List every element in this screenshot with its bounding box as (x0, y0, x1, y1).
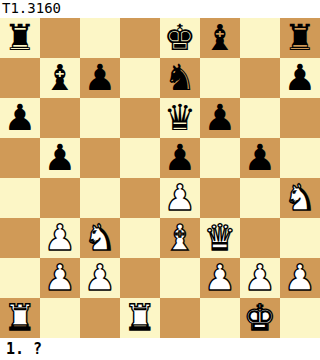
piece-black-rook: ♜ (284, 18, 316, 58)
piece-white-knight: ♞ (84, 218, 116, 258)
square-a4[interactable] (0, 178, 40, 218)
square-g7[interactable] (240, 58, 280, 98)
chess-board: ♜♚♝♜♝♟♞♟♟♛♟♟♟♟♟♞♟♞♝♛♟♟♟♟♟♜♜♚ (0, 18, 320, 338)
piece-white-knight: ♞ (284, 178, 316, 218)
square-h4[interactable]: ♞ (280, 178, 320, 218)
piece-white-pawn: ♟ (284, 258, 316, 298)
square-a1[interactable]: ♜ (0, 298, 40, 338)
piece-black-queen: ♛ (164, 98, 196, 138)
piece-black-pawn: ♟ (204, 98, 236, 138)
square-d8[interactable] (120, 18, 160, 58)
square-g5[interactable]: ♟ (240, 138, 280, 178)
square-a5[interactable] (0, 138, 40, 178)
square-d2[interactable] (120, 258, 160, 298)
square-f3[interactable]: ♛ (200, 218, 240, 258)
square-h5[interactable] (280, 138, 320, 178)
square-e8[interactable]: ♚ (160, 18, 200, 58)
square-d3[interactable] (120, 218, 160, 258)
piece-white-pawn: ♟ (244, 258, 276, 298)
square-f6[interactable]: ♟ (200, 98, 240, 138)
piece-black-bishop: ♝ (44, 58, 76, 98)
square-c4[interactable] (80, 178, 120, 218)
square-a3[interactable] (0, 218, 40, 258)
square-d7[interactable] (120, 58, 160, 98)
square-c7[interactable]: ♟ (80, 58, 120, 98)
move-prompt: 1. ? (0, 338, 320, 360)
square-a2[interactable] (0, 258, 40, 298)
square-g2[interactable]: ♟ (240, 258, 280, 298)
square-a6[interactable]: ♟ (0, 98, 40, 138)
piece-black-pawn: ♟ (284, 58, 316, 98)
piece-black-pawn: ♟ (4, 98, 36, 138)
square-g6[interactable] (240, 98, 280, 138)
piece-white-rook: ♜ (4, 298, 36, 338)
piece-white-pawn: ♟ (164, 178, 196, 218)
square-e1[interactable] (160, 298, 200, 338)
piece-white-queen: ♛ (204, 218, 236, 258)
square-f8[interactable]: ♝ (200, 18, 240, 58)
piece-white-king: ♚ (244, 298, 276, 338)
square-c8[interactable] (80, 18, 120, 58)
square-b1[interactable] (40, 298, 80, 338)
square-g3[interactable] (240, 218, 280, 258)
puzzle-page: T1.3160 ♜♚♝♜♝♟♞♟♟♛♟♟♟♟♟♞♟♞♝♛♟♟♟♟♟♜♜♚ 1. … (0, 0, 320, 360)
square-a7[interactable] (0, 58, 40, 98)
square-d5[interactable] (120, 138, 160, 178)
piece-white-pawn: ♟ (44, 258, 76, 298)
piece-black-pawn: ♟ (244, 138, 276, 178)
piece-white-pawn: ♟ (84, 258, 116, 298)
piece-white-pawn: ♟ (204, 258, 236, 298)
square-b2[interactable]: ♟ (40, 258, 80, 298)
square-d4[interactable] (120, 178, 160, 218)
piece-black-pawn: ♟ (164, 138, 196, 178)
square-e3[interactable]: ♝ (160, 218, 200, 258)
square-e4[interactable]: ♟ (160, 178, 200, 218)
square-c1[interactable] (80, 298, 120, 338)
square-e6[interactable]: ♛ (160, 98, 200, 138)
square-h1[interactable] (280, 298, 320, 338)
square-b4[interactable] (40, 178, 80, 218)
square-h2[interactable]: ♟ (280, 258, 320, 298)
square-h7[interactable]: ♟ (280, 58, 320, 98)
square-b6[interactable] (40, 98, 80, 138)
square-f5[interactable] (200, 138, 240, 178)
square-b5[interactable]: ♟ (40, 138, 80, 178)
square-d6[interactable] (120, 98, 160, 138)
piece-black-pawn: ♟ (84, 58, 116, 98)
square-g4[interactable] (240, 178, 280, 218)
piece-black-rook: ♜ (4, 18, 36, 58)
square-f1[interactable] (200, 298, 240, 338)
square-d1[interactable]: ♜ (120, 298, 160, 338)
square-b7[interactable]: ♝ (40, 58, 80, 98)
square-f7[interactable] (200, 58, 240, 98)
square-c3[interactable]: ♞ (80, 218, 120, 258)
square-h6[interactable] (280, 98, 320, 138)
square-c5[interactable] (80, 138, 120, 178)
square-h3[interactable] (280, 218, 320, 258)
square-c2[interactable]: ♟ (80, 258, 120, 298)
piece-white-pawn: ♟ (44, 218, 76, 258)
piece-black-pawn: ♟ (44, 138, 76, 178)
square-e2[interactable] (160, 258, 200, 298)
square-f4[interactable] (200, 178, 240, 218)
square-b3[interactable]: ♟ (40, 218, 80, 258)
square-g1[interactable]: ♚ (240, 298, 280, 338)
puzzle-id: T1.3160 (0, 0, 320, 18)
piece-white-bishop: ♝ (164, 218, 196, 258)
square-e7[interactable]: ♞ (160, 58, 200, 98)
piece-black-knight: ♞ (164, 58, 196, 98)
square-a8[interactable]: ♜ (0, 18, 40, 58)
piece-white-rook: ♜ (124, 298, 156, 338)
piece-black-king: ♚ (164, 18, 196, 58)
square-f2[interactable]: ♟ (200, 258, 240, 298)
square-h8[interactable]: ♜ (280, 18, 320, 58)
square-e5[interactable]: ♟ (160, 138, 200, 178)
square-b8[interactable] (40, 18, 80, 58)
square-c6[interactable] (80, 98, 120, 138)
square-g8[interactable] (240, 18, 280, 58)
piece-black-bishop: ♝ (204, 18, 236, 58)
